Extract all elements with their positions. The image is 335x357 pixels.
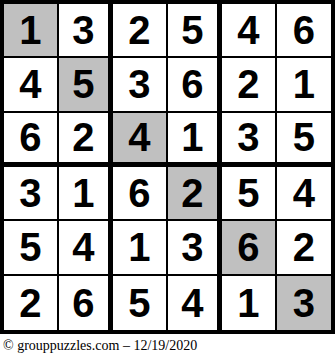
cell-r2c4: 6	[168, 58, 223, 112]
cell-r3c5: 3	[222, 113, 277, 167]
cell-r1c4: 5	[168, 4, 223, 58]
cell-r4c5: 5	[222, 167, 277, 221]
cell-r2c1: 4	[4, 58, 59, 112]
cell-r2c5: 2	[222, 58, 277, 112]
cell-r3c1: 6	[4, 113, 59, 167]
cell-r5c2: 4	[59, 221, 114, 275]
cell-r4c1: 3	[4, 167, 59, 221]
cell-r3c2: 2	[59, 113, 114, 167]
cell-r6c6: 3	[277, 276, 332, 330]
cell-r6c1: 2	[4, 276, 59, 330]
copyright-caption: © grouppuzzles.com – 12/19/2020	[0, 334, 335, 357]
cell-r5c5: 6	[222, 221, 277, 275]
cell-r1c6: 6	[277, 4, 332, 58]
cell-r2c3: 3	[113, 58, 168, 112]
cell-r5c1: 5	[4, 221, 59, 275]
cell-r3c4: 1	[168, 113, 223, 167]
cell-r1c2: 3	[59, 4, 114, 58]
cell-r1c3: 2	[113, 4, 168, 58]
cell-r4c2: 1	[59, 167, 114, 221]
cell-r2c2: 5	[59, 58, 114, 112]
cell-r4c3: 6	[113, 167, 168, 221]
cell-r6c4: 4	[168, 276, 223, 330]
cell-r5c4: 3	[168, 221, 223, 275]
cell-r6c5: 1	[222, 276, 277, 330]
cell-r2c6: 1	[277, 58, 332, 112]
cell-r1c5: 4	[222, 4, 277, 58]
cell-r3c6: 5	[277, 113, 332, 167]
cell-r1c1: 1	[4, 4, 59, 58]
cell-r6c3: 5	[113, 276, 168, 330]
sudoku-board: 132546453621624135316254541362265413	[0, 0, 335, 334]
cell-r3c3: 4	[113, 113, 168, 167]
cell-r4c4: 2	[168, 167, 223, 221]
cell-r6c2: 6	[59, 276, 114, 330]
cell-r4c6: 4	[277, 167, 332, 221]
cell-r5c6: 2	[277, 221, 332, 275]
cell-r5c3: 1	[113, 221, 168, 275]
